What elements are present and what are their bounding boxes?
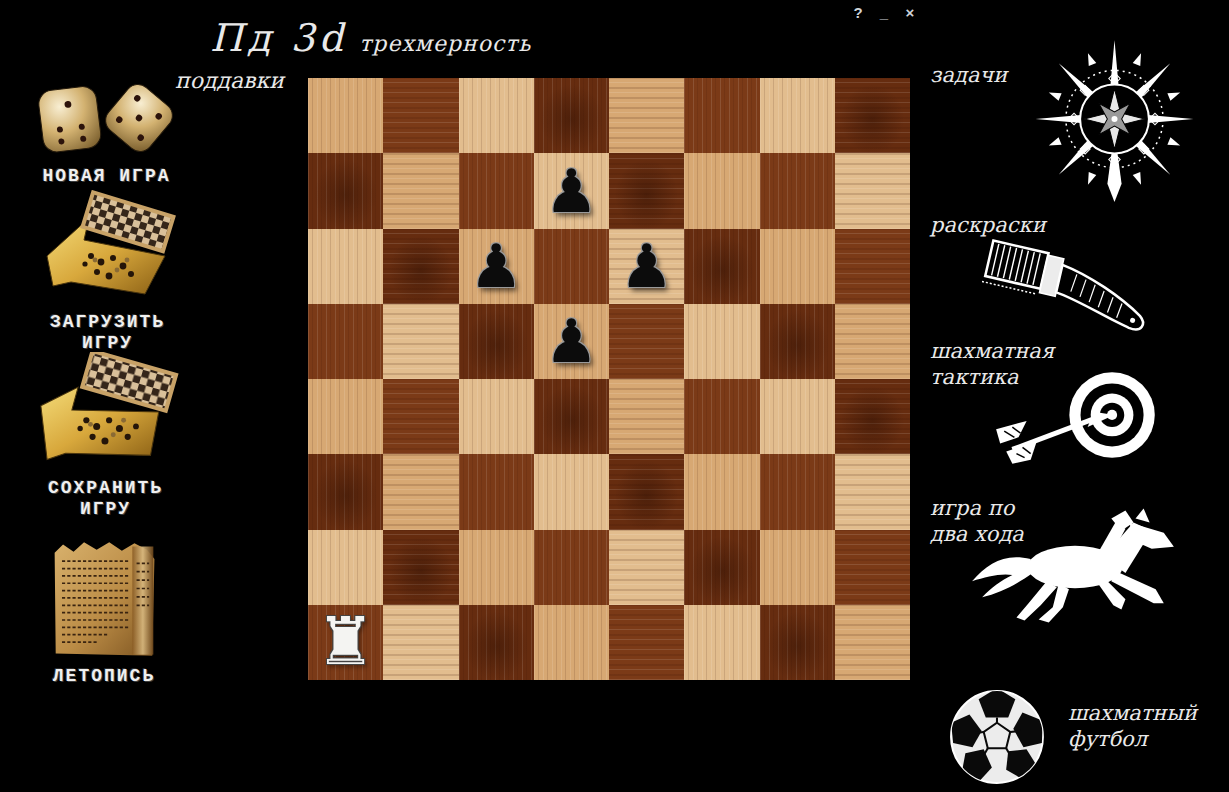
square-f8[interactable] [684, 78, 759, 153]
square-e1[interactable] [609, 605, 684, 680]
square-e7[interactable] [609, 153, 684, 228]
square-e3[interactable] [609, 454, 684, 529]
square-b5[interactable] [383, 304, 458, 379]
square-c7[interactable] [459, 153, 534, 228]
square-c6[interactable]: ♟ [459, 229, 534, 304]
square-e5[interactable] [609, 304, 684, 379]
menu-item-chronicle[interactable]: ЛЕТОПИСЬ [34, 536, 174, 687]
square-a7[interactable] [308, 153, 383, 228]
square-b2[interactable] [383, 530, 458, 605]
square-c8[interactable] [459, 78, 534, 153]
square-c3[interactable] [459, 454, 534, 529]
menu-label-load-game: ЗАГРУЗИТЬ ИГРУ [40, 312, 175, 353]
minimize-button[interactable]: _ [876, 4, 892, 21]
menu-label-coloring[interactable]: раскраски [930, 212, 1046, 238]
square-a1[interactable]: ♜ [308, 605, 383, 680]
square-h6[interactable] [835, 229, 910, 304]
square-g4[interactable] [760, 379, 835, 454]
square-e4[interactable] [609, 379, 684, 454]
square-d1[interactable] [534, 605, 609, 680]
square-h7[interactable] [835, 153, 910, 228]
menu-item-tactics[interactable] [990, 364, 1168, 480]
square-b8[interactable] [383, 78, 458, 153]
menu-label-new-game: НОВАЯ ИГРА [39, 166, 174, 187]
menu-item-puzzles[interactable] [1012, 34, 1217, 208]
square-e2[interactable] [609, 530, 684, 605]
square-c5[interactable] [459, 304, 534, 379]
square-g5[interactable] [760, 304, 835, 379]
menu-item-save-game[interactable]: СОХРАНИТЬ ИГРУ [28, 352, 183, 519]
square-d7[interactable]: ♟ [534, 153, 609, 228]
square-d5[interactable]: ♟ [534, 304, 609, 379]
square-a8[interactable] [308, 78, 383, 153]
galloping-horse-icon [966, 506, 1188, 628]
square-f1[interactable] [684, 605, 759, 680]
square-b6[interactable] [383, 229, 458, 304]
piece-black-pawn[interactable]: ♟ [469, 236, 523, 296]
square-b4[interactable] [383, 379, 458, 454]
football-icon [944, 686, 1052, 788]
square-d6[interactable] [534, 229, 609, 304]
piece-black-pawn[interactable]: ♟ [544, 161, 598, 221]
chess-box-open-icon [39, 190, 177, 308]
square-d3[interactable] [534, 454, 609, 529]
square-h3[interactable] [835, 454, 910, 529]
menu-item-chess-football[interactable] [944, 686, 1052, 792]
square-e6[interactable]: ♟ [609, 229, 684, 304]
square-h1[interactable] [835, 605, 910, 680]
square-g7[interactable] [760, 153, 835, 228]
square-a4[interactable] [308, 379, 383, 454]
square-f6[interactable] [684, 229, 759, 304]
square-c2[interactable] [459, 530, 534, 605]
app-title-subtitle: трехмерность [359, 31, 531, 56]
square-b1[interactable] [383, 605, 458, 680]
menu-item-load-game[interactable]: ЗАГРУЗИТЬ ИГРУ [35, 190, 180, 353]
square-f7[interactable] [684, 153, 759, 228]
square-d2[interactable] [534, 530, 609, 605]
square-a5[interactable] [308, 304, 383, 379]
piece-black-pawn[interactable]: ♟ [544, 311, 598, 371]
square-a6[interactable] [308, 229, 383, 304]
paintbrush-icon [982, 238, 1174, 340]
square-g8[interactable] [760, 78, 835, 153]
menu-item-two-move-game[interactable] [966, 506, 1188, 632]
piece-black-pawn[interactable]: ♟ [620, 236, 674, 296]
square-f2[interactable] [684, 530, 759, 605]
square-d8[interactable] [534, 78, 609, 153]
dart-on-target-icon [990, 364, 1168, 476]
ancient-manuscript-icon [46, 536, 162, 662]
chess-box-open-icon [32, 352, 180, 474]
golden-dice-icon [27, 76, 187, 162]
menu-item-new-game[interactable]: НОВАЯ ИГРА [24, 76, 189, 187]
window-controls: ? _ × [850, 4, 918, 21]
app-window: ? _ × Пд 3dтрехмерность поддавки [0, 0, 1229, 792]
square-h2[interactable] [835, 530, 910, 605]
menu-label-chronicle: ЛЕТОПИСЬ [37, 666, 172, 687]
help-button[interactable]: ? [850, 4, 866, 21]
menu-item-coloring[interactable] [982, 238, 1174, 344]
chess-board: ♟♟♟♟♜ [308, 78, 910, 680]
square-b3[interactable] [383, 454, 458, 529]
square-f3[interactable] [684, 454, 759, 529]
square-g2[interactable] [760, 530, 835, 605]
menu-label-save-game: СОХРАНИТЬ ИГРУ [38, 478, 173, 519]
square-b7[interactable] [383, 153, 458, 228]
app-title: Пд 3dтрехмерность [210, 16, 531, 60]
square-f4[interactable] [684, 379, 759, 454]
square-c4[interactable] [459, 379, 534, 454]
square-h8[interactable] [835, 78, 910, 153]
app-title-main: Пд 3d [210, 16, 347, 60]
square-h5[interactable] [835, 304, 910, 379]
menu-label-puzzles[interactable]: задачи [930, 62, 1007, 88]
square-c1[interactable] [459, 605, 534, 680]
close-button[interactable]: × [902, 4, 918, 21]
square-h4[interactable] [835, 379, 910, 454]
compass-rose-icon [1012, 34, 1217, 204]
square-g6[interactable] [760, 229, 835, 304]
square-a3[interactable] [308, 454, 383, 529]
variant-label: поддавки [175, 68, 284, 93]
square-e8[interactable] [609, 78, 684, 153]
square-a2[interactable] [308, 530, 383, 605]
menu-label-chess-football[interactable]: шахматный футбол [1068, 700, 1208, 753]
square-g1[interactable] [760, 605, 835, 680]
square-d4[interactable] [534, 379, 609, 454]
square-g3[interactable] [760, 454, 835, 529]
square-f5[interactable] [684, 304, 759, 379]
piece-white-rook[interactable]: ♜ [316, 609, 375, 675]
